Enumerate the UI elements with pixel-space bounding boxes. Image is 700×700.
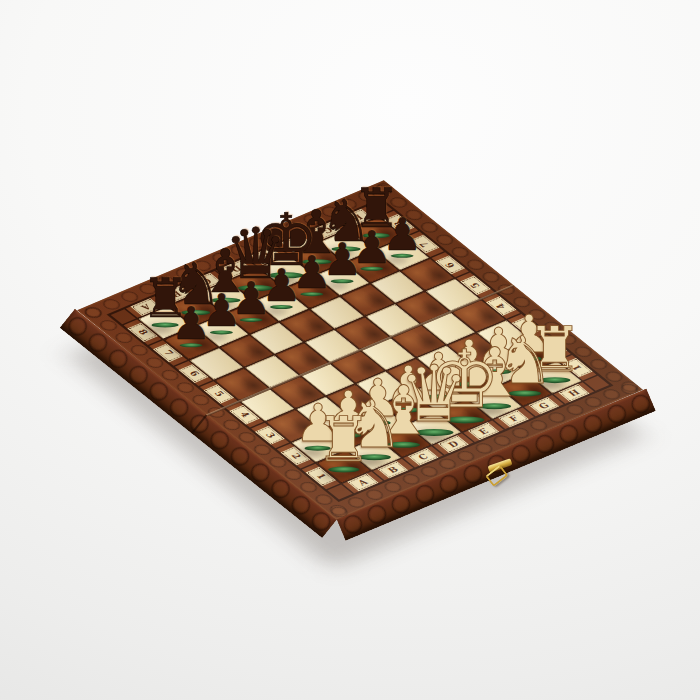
piece-black-pawn: ♟ <box>170 301 210 346</box>
hinge-seam <box>191 414 208 434</box>
photo-background: ABCDEFGH8♜♞♝♛♚♝♞♜87♟♟♟♟♟♟♟♟7665544332♟♟♟… <box>0 0 700 700</box>
piece-white-rook: ♜ <box>316 409 372 471</box>
